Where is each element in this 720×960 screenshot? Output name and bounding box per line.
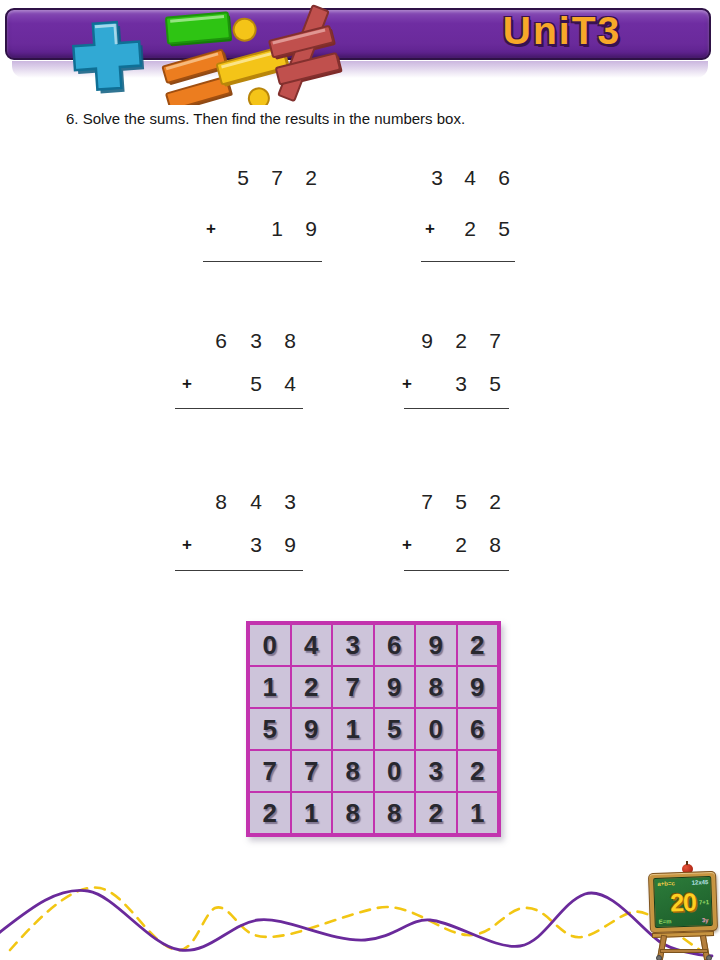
addend-digit: 7 (484, 329, 506, 353)
numbers-box-cell[interactable]: 0 (375, 751, 415, 791)
plus-sign: + (178, 374, 196, 394)
addend-digit: 8 (210, 490, 232, 514)
answer-line[interactable] (175, 570, 303, 571)
numbers-box-cell[interactable]: 7 (333, 667, 373, 707)
page-number-easel: a+b=c 12x45 7+1 E=m 3y 20 (646, 863, 720, 960)
not-equal-icon (259, 3, 347, 104)
addend-digit: 9 (300, 217, 322, 241)
numbers-box-cell[interactable]: 7 (250, 751, 290, 791)
numbers-box-cell[interactable]: 6 (375, 625, 415, 665)
numbers-box-cell[interactable]: 1 (292, 793, 332, 833)
numbers-box-cell[interactable]: 0 (416, 709, 456, 749)
easel-wheel (656, 955, 662, 960)
numbers-box-cell[interactable]: 9 (416, 625, 456, 665)
worksheet-page: UniT3 6. Solve the sums. Then find the r… (0, 0, 720, 960)
numbers-box-cell[interactable]: 5 (375, 709, 415, 749)
decorative-wave-purple (0, 890, 712, 956)
plus-sign: + (398, 535, 416, 555)
numbers-box-cell[interactable]: 2 (416, 793, 456, 833)
math-symbols-graphic (55, 3, 360, 105)
plus-sign: + (421, 219, 439, 239)
addend-digit: 4 (279, 372, 301, 396)
unit-title: UniT3 (462, 9, 662, 53)
numbers-box-cell[interactable]: 8 (333, 793, 373, 833)
numbers-box-cell[interactable]: 1 (458, 793, 498, 833)
numbers-box-cell[interactable]: 0 (250, 625, 290, 665)
numbers-box-cell[interactable]: 1 (333, 709, 373, 749)
answer-line[interactable] (203, 261, 322, 262)
addend-digit: 5 (245, 372, 267, 396)
chalk-scribble: 7+1 (699, 899, 709, 905)
numbers-box-cell[interactable]: 6 (458, 709, 498, 749)
page-number: 20 (670, 887, 697, 917)
plus-sign: + (202, 219, 220, 239)
decorative-waves (0, 858, 720, 960)
addend-digit: 5 (450, 490, 472, 514)
numbers-box-cell[interactable]: 8 (333, 751, 373, 791)
addend-digit: 7 (266, 166, 288, 190)
numbers-box-cell[interactable]: 2 (458, 625, 498, 665)
numbers-box-cell[interactable]: 9 (458, 667, 498, 707)
addend-digit: 5 (493, 217, 515, 241)
easel-wheel (706, 955, 712, 960)
addend-digit: 2 (450, 533, 472, 557)
addend-digit: 8 (484, 533, 506, 557)
addend-digit: 5 (232, 166, 254, 190)
addend-digit: 3 (279, 490, 301, 514)
addend-digit: 1 (266, 217, 288, 241)
numbers-box-cell[interactable]: 2 (250, 793, 290, 833)
numbers-box-cell[interactable]: 3 (333, 625, 373, 665)
addend-digit: 2 (459, 217, 481, 241)
addend-digit: 3 (450, 372, 472, 396)
addend-digit: 3 (245, 533, 267, 557)
numbers-box-cell[interactable]: 8 (416, 667, 456, 707)
numbers-box-cell[interactable]: 8 (375, 793, 415, 833)
addend-digit: 3 (245, 329, 267, 353)
easel-crossbar (660, 949, 708, 953)
addend-digit: 4 (245, 490, 267, 514)
numbers-box-cell[interactable]: 3 (416, 751, 456, 791)
addend-digit: 7 (416, 490, 438, 514)
chalk-scribble: a+b=c (657, 880, 675, 887)
plus-icon (72, 20, 146, 95)
chalkboard: a+b=c 12x45 7+1 E=m 3y 20 (653, 876, 713, 928)
numbers-box-cell[interactable]: 5 (250, 709, 290, 749)
addend-digit: 2 (450, 329, 472, 353)
chalk-scribble: 3y (702, 917, 709, 923)
addend-digit: 9 (416, 329, 438, 353)
addend-digit: 3 (426, 166, 448, 190)
addend-digit: 9 (279, 533, 301, 557)
chalk-scribble: E=m (659, 918, 672, 924)
numbers-box-cell[interactable]: 2 (292, 667, 332, 707)
answer-line[interactable] (404, 570, 509, 571)
answer-line[interactable] (175, 408, 303, 409)
addend-digit: 5 (484, 372, 506, 396)
addend-digit: 4 (459, 166, 481, 190)
answer-line[interactable] (404, 408, 509, 409)
answer-line[interactable] (421, 261, 515, 262)
chalk-scribble: 12x45 (692, 879, 709, 886)
numbers-box-cell[interactable]: 7 (292, 751, 332, 791)
numbers-box-cell[interactable]: 4 (292, 625, 332, 665)
chalkboard-frame: a+b=c 12x45 7+1 E=m 3y 20 (648, 871, 718, 933)
numbers-box-cell[interactable]: 9 (292, 709, 332, 749)
numbers-box-cell[interactable]: 2 (458, 751, 498, 791)
addend-digit: 2 (300, 166, 322, 190)
minus-icon (166, 12, 232, 46)
addend-digit: 6 (210, 329, 232, 353)
addend-digit: 8 (279, 329, 301, 353)
addend-digit: 2 (484, 490, 506, 514)
plus-sign: + (178, 535, 196, 555)
plus-sign: + (398, 374, 416, 394)
numbers-box-cell[interactable]: 9 (375, 667, 415, 707)
numbers-box-cell[interactable]: 1 (250, 667, 290, 707)
instruction-text: 6. Solve the sums. Then find the results… (66, 110, 465, 127)
numbers-box: 043692127989591506778032218821 (246, 621, 501, 837)
addend-digit: 6 (493, 166, 515, 190)
